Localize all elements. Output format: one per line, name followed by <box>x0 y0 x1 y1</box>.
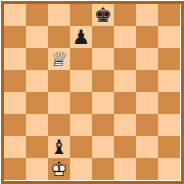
square-a7[interactable] <box>4 26 26 48</box>
square-c3[interactable] <box>48 114 70 136</box>
piece-black-king-e8[interactable]: ♚ <box>92 4 114 26</box>
square-g8[interactable] <box>136 4 158 26</box>
square-d3[interactable] <box>70 114 92 136</box>
square-h4[interactable] <box>158 92 180 114</box>
square-f8[interactable] <box>114 4 136 26</box>
piece-black-pawn-d7[interactable]: ♟ <box>70 26 92 48</box>
chess-board: ♚♟♛♕♝♚♔ <box>4 4 180 180</box>
piece-white-queen-c6[interactable]: ♛♕ <box>48 48 70 70</box>
square-e1[interactable] <box>92 158 114 180</box>
square-g7[interactable] <box>136 26 158 48</box>
square-c8[interactable] <box>48 4 70 26</box>
square-g3[interactable] <box>136 114 158 136</box>
square-b6[interactable] <box>26 48 48 70</box>
square-g5[interactable] <box>136 70 158 92</box>
square-e6[interactable] <box>92 48 114 70</box>
square-a1[interactable] <box>4 158 26 180</box>
square-a3[interactable] <box>4 114 26 136</box>
square-f6[interactable] <box>114 48 136 70</box>
square-d5[interactable] <box>70 70 92 92</box>
square-h3[interactable] <box>158 114 180 136</box>
square-a6[interactable] <box>4 48 26 70</box>
square-h2[interactable] <box>158 136 180 158</box>
square-f2[interactable] <box>114 136 136 158</box>
square-a2[interactable] <box>4 136 26 158</box>
square-a4[interactable] <box>4 92 26 114</box>
square-g4[interactable] <box>136 92 158 114</box>
square-d6[interactable] <box>70 48 92 70</box>
square-b3[interactable] <box>26 114 48 136</box>
white-king-icon: ♔ <box>48 158 70 180</box>
square-b2[interactable] <box>26 136 48 158</box>
square-f7[interactable] <box>114 26 136 48</box>
square-h6[interactable] <box>158 48 180 70</box>
square-c5[interactable] <box>48 70 70 92</box>
square-b5[interactable] <box>26 70 48 92</box>
square-f3[interactable] <box>114 114 136 136</box>
square-b8[interactable] <box>26 4 48 26</box>
square-f4[interactable] <box>114 92 136 114</box>
black-pawn-icon: ♟ <box>70 26 92 48</box>
black-king-icon: ♚ <box>92 4 114 26</box>
square-e4[interactable] <box>92 92 114 114</box>
square-g6[interactable] <box>136 48 158 70</box>
square-h5[interactable] <box>158 70 180 92</box>
square-a8[interactable] <box>4 4 26 26</box>
piece-black-bishop-c2[interactable]: ♝ <box>48 136 70 158</box>
square-h8[interactable] <box>158 4 180 26</box>
square-g1[interactable] <box>136 158 158 180</box>
square-c4[interactable] <box>48 92 70 114</box>
chess-app-window: ♚♟♛♕♝♚♔ <box>0 0 184 184</box>
square-a5[interactable] <box>4 70 26 92</box>
square-e5[interactable] <box>92 70 114 92</box>
square-d2[interactable] <box>70 136 92 158</box>
square-f1[interactable] <box>114 158 136 180</box>
square-d8[interactable] <box>70 4 92 26</box>
piece-white-king-c1[interactable]: ♚♔ <box>48 158 70 180</box>
square-e3[interactable] <box>92 114 114 136</box>
square-e7[interactable] <box>92 26 114 48</box>
square-f5[interactable] <box>114 70 136 92</box>
square-h1[interactable] <box>158 158 180 180</box>
square-g2[interactable] <box>136 136 158 158</box>
square-d4[interactable] <box>70 92 92 114</box>
square-b4[interactable] <box>26 92 48 114</box>
black-bishop-icon: ♝ <box>48 136 70 158</box>
square-e2[interactable] <box>92 136 114 158</box>
square-b1[interactable] <box>26 158 48 180</box>
square-b7[interactable] <box>26 26 48 48</box>
square-c7[interactable] <box>48 26 70 48</box>
square-h7[interactable] <box>158 26 180 48</box>
square-d1[interactable] <box>70 158 92 180</box>
white-queen-icon: ♕ <box>47 48 72 70</box>
